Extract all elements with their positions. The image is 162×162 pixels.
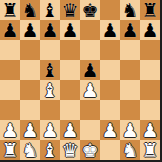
square-d3[interactable] [60,100,80,120]
piece-white-rook[interactable]: ♜ [141,140,158,160]
square-b2[interactable]: ♟ [20,120,40,140]
square-c6[interactable] [40,40,60,60]
square-a6[interactable] [0,40,20,60]
square-g3[interactable] [120,100,140,120]
square-e7[interactable] [80,20,100,40]
square-f7[interactable]: ♟ [100,20,120,40]
piece-black-bishop[interactable]: ♝ [41,60,58,80]
piece-black-pawn[interactable]: ♟ [141,20,158,40]
piece-white-knight[interactable]: ♞ [121,140,138,160]
square-h7[interactable]: ♟ [140,20,160,40]
square-d4[interactable] [60,80,80,100]
piece-white-bishop[interactable]: ♝ [41,140,58,160]
square-a8[interactable]: ♜ [0,0,20,20]
piece-black-pawn[interactable]: ♟ [1,20,18,40]
square-f8[interactable] [100,0,120,20]
square-h4[interactable] [140,80,160,100]
piece-black-pawn[interactable]: ♟ [21,20,38,40]
piece-black-rook[interactable]: ♜ [141,0,158,20]
square-b3[interactable] [20,100,40,120]
piece-black-pawn[interactable]: ♟ [61,20,78,40]
piece-white-pawn[interactable]: ♟ [41,120,58,140]
square-b8[interactable]: ♞ [20,0,40,20]
square-b5[interactable] [20,60,40,80]
square-h8[interactable]: ♜ [140,0,160,20]
square-a3[interactable] [0,100,20,120]
square-a5[interactable] [0,60,20,80]
square-b1[interactable]: ♞ [20,140,40,160]
piece-black-pawn[interactable]: ♟ [121,20,138,40]
square-h2[interactable]: ♟ [140,120,160,140]
square-d6[interactable] [60,40,80,60]
square-d5[interactable] [60,60,80,80]
piece-black-king[interactable]: ♚ [81,0,98,20]
piece-white-pawn[interactable]: ♟ [1,120,18,140]
square-a4[interactable] [0,80,20,100]
square-e8[interactable]: ♚ [80,0,100,20]
square-g8[interactable]: ♞ [120,0,140,20]
square-c3[interactable] [40,100,60,120]
square-f1[interactable] [100,140,120,160]
piece-white-rook[interactable]: ♜ [1,140,18,160]
piece-white-pawn[interactable]: ♟ [141,120,158,140]
square-b4[interactable] [20,80,40,100]
square-d8[interactable]: ♛ [60,0,80,20]
square-a2[interactable]: ♟ [0,120,20,140]
square-g5[interactable] [120,60,140,80]
chess-board: ♜♞♝♛♚♞♜♟♟♟♟♟♟♟♝♟♝♟♟♟♟♟♟♟♟♜♞♝♛♚♞♜ [0,0,160,160]
square-b7[interactable]: ♟ [20,20,40,40]
square-h3[interactable] [140,100,160,120]
square-e4[interactable]: ♟ [80,80,100,100]
square-f2[interactable]: ♟ [100,120,120,140]
piece-black-knight[interactable]: ♞ [121,0,138,20]
square-g2[interactable]: ♟ [120,120,140,140]
square-h6[interactable] [140,40,160,60]
piece-white-pawn[interactable]: ♟ [21,120,38,140]
square-f6[interactable] [100,40,120,60]
square-d1[interactable]: ♛ [60,140,80,160]
piece-black-pawn[interactable]: ♟ [101,20,118,40]
square-c4[interactable]: ♝ [40,80,60,100]
piece-white-bishop[interactable]: ♝ [41,80,58,100]
square-g6[interactable] [120,40,140,60]
square-d7[interactable]: ♟ [60,20,80,40]
square-b6[interactable] [20,40,40,60]
square-c7[interactable]: ♟ [40,20,60,40]
square-h1[interactable]: ♜ [140,140,160,160]
piece-black-bishop[interactable]: ♝ [41,0,58,20]
piece-black-pawn[interactable]: ♟ [81,60,98,80]
piece-black-rook[interactable]: ♜ [1,0,18,20]
square-c1[interactable]: ♝ [40,140,60,160]
piece-black-pawn[interactable]: ♟ [41,20,58,40]
square-g4[interactable] [120,80,140,100]
square-h5[interactable] [140,60,160,80]
square-g7[interactable]: ♟ [120,20,140,40]
square-e6[interactable] [80,40,100,60]
square-c5[interactable]: ♝ [40,60,60,80]
square-e2[interactable] [80,120,100,140]
piece-white-pawn[interactable]: ♟ [81,80,98,100]
square-g1[interactable]: ♞ [120,140,140,160]
piece-white-pawn[interactable]: ♟ [121,120,138,140]
square-a7[interactable]: ♟ [0,20,20,40]
piece-white-pawn[interactable]: ♟ [101,120,118,140]
piece-white-king[interactable]: ♚ [81,140,98,160]
square-f3[interactable] [100,100,120,120]
square-e1[interactable]: ♚ [80,140,100,160]
piece-white-queen[interactable]: ♛ [61,140,78,160]
square-a1[interactable]: ♜ [0,140,20,160]
square-d2[interactable]: ♟ [60,120,80,140]
piece-black-knight[interactable]: ♞ [21,0,38,20]
piece-black-queen[interactable]: ♛ [61,0,78,20]
square-f5[interactable] [100,60,120,80]
square-e5[interactable]: ♟ [80,60,100,80]
piece-white-pawn[interactable]: ♟ [61,120,78,140]
square-e3[interactable] [80,100,100,120]
piece-white-knight[interactable]: ♞ [21,140,38,160]
square-c2[interactable]: ♟ [40,120,60,140]
square-f4[interactable] [100,80,120,100]
square-c8[interactable]: ♝ [40,0,60,20]
chess-board-frame: ♜♞♝♛♚♞♜♟♟♟♟♟♟♟♝♟♝♟♟♟♟♟♟♟♟♜♞♝♛♚♞♜ [0,0,162,162]
